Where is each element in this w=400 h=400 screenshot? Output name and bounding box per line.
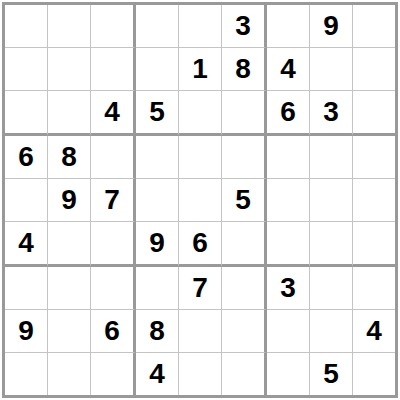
page: { "game": "sudoku", "board_size": 9, "po… — [0, 0, 400, 400]
cell-r2c9[interactable] — [353, 48, 395, 91]
cell-r2c7[interactable]: 4 — [267, 48, 310, 91]
cell-r4c6[interactable] — [222, 136, 267, 179]
cell-r5c2[interactable]: 9 — [48, 179, 91, 222]
cell-r1c5[interactable] — [179, 5, 222, 48]
cell-r2c5[interactable]: 1 — [179, 48, 222, 91]
cell-r8c2[interactable] — [48, 310, 91, 353]
cell-r2c1[interactable] — [5, 48, 48, 91]
cell-r7c9[interactable] — [353, 267, 395, 310]
cell-r9c8[interactable]: 5 — [310, 353, 353, 395]
cell-r5c1[interactable] — [5, 179, 48, 222]
cell-r3c8[interactable]: 3 — [310, 91, 353, 136]
sudoku-board: 3918445636897549673968445 — [2, 2, 398, 398]
cell-r4c7[interactable] — [267, 136, 310, 179]
cell-r7c6[interactable] — [222, 267, 267, 310]
cell-r8c3[interactable]: 6 — [91, 310, 136, 353]
cell-r9c1[interactable] — [5, 353, 48, 395]
cell-r9c7[interactable] — [267, 353, 310, 395]
cell-r2c8[interactable] — [310, 48, 353, 91]
cell-r4c1[interactable]: 6 — [5, 136, 48, 179]
cell-r7c1[interactable] — [5, 267, 48, 310]
cell-r6c3[interactable] — [91, 222, 136, 267]
cell-r7c2[interactable] — [48, 267, 91, 310]
cell-r1c1[interactable] — [5, 5, 48, 48]
cell-r8c6[interactable] — [222, 310, 267, 353]
cell-r1c8[interactable]: 9 — [310, 5, 353, 48]
cell-r3c9[interactable] — [353, 91, 395, 136]
cell-r9c2[interactable] — [48, 353, 91, 395]
cell-r4c8[interactable] — [310, 136, 353, 179]
cell-r2c2[interactable] — [48, 48, 91, 91]
cell-r6c5[interactable]: 6 — [179, 222, 222, 267]
cell-r6c4[interactable]: 9 — [136, 222, 179, 267]
cell-r4c3[interactable] — [91, 136, 136, 179]
cell-r6c9[interactable] — [353, 222, 395, 267]
cell-r1c9[interactable] — [353, 5, 395, 48]
cell-r1c7[interactable] — [267, 5, 310, 48]
cell-r6c1[interactable]: 4 — [5, 222, 48, 267]
cell-r1c6[interactable]: 3 — [222, 5, 267, 48]
cell-r3c1[interactable] — [5, 91, 48, 136]
cell-r7c8[interactable] — [310, 267, 353, 310]
cell-r2c4[interactable] — [136, 48, 179, 91]
cell-r6c2[interactable] — [48, 222, 91, 267]
cell-r1c4[interactable] — [136, 5, 179, 48]
cell-r1c2[interactable] — [48, 5, 91, 48]
cell-r9c3[interactable] — [91, 353, 136, 395]
cell-r8c9[interactable]: 4 — [353, 310, 395, 353]
cell-r9c4[interactable]: 4 — [136, 353, 179, 395]
cell-r4c9[interactable] — [353, 136, 395, 179]
cell-r3c6[interactable] — [222, 91, 267, 136]
cell-r5c8[interactable] — [310, 179, 353, 222]
cell-r7c7[interactable]: 3 — [267, 267, 310, 310]
cell-r3c2[interactable] — [48, 91, 91, 136]
cell-r2c3[interactable] — [91, 48, 136, 91]
cell-r8c4[interactable]: 8 — [136, 310, 179, 353]
cell-r6c7[interactable] — [267, 222, 310, 267]
cell-r1c3[interactable] — [91, 5, 136, 48]
cell-r2c6[interactable]: 8 — [222, 48, 267, 91]
cell-r5c5[interactable] — [179, 179, 222, 222]
cell-r9c9[interactable] — [353, 353, 395, 395]
cell-r4c2[interactable]: 8 — [48, 136, 91, 179]
cell-r6c8[interactable] — [310, 222, 353, 267]
cell-r4c4[interactable] — [136, 136, 179, 179]
cell-r5c7[interactable] — [267, 179, 310, 222]
cell-r7c3[interactable] — [91, 267, 136, 310]
cell-r8c5[interactable] — [179, 310, 222, 353]
cell-r8c7[interactable] — [267, 310, 310, 353]
cell-r5c3[interactable]: 7 — [91, 179, 136, 222]
cell-r3c4[interactable]: 5 — [136, 91, 179, 136]
cell-r3c7[interactable]: 6 — [267, 91, 310, 136]
cell-r8c1[interactable]: 9 — [5, 310, 48, 353]
cell-r7c4[interactable] — [136, 267, 179, 310]
cell-r9c6[interactable] — [222, 353, 267, 395]
cell-r6c6[interactable] — [222, 222, 267, 267]
cell-r5c4[interactable] — [136, 179, 179, 222]
cell-r3c3[interactable]: 4 — [91, 91, 136, 136]
cell-r5c6[interactable]: 5 — [222, 179, 267, 222]
cell-r9c5[interactable] — [179, 353, 222, 395]
cell-r5c9[interactable] — [353, 179, 395, 222]
cell-r7c5[interactable]: 7 — [179, 267, 222, 310]
cell-r3c5[interactable] — [179, 91, 222, 136]
cell-r4c5[interactable] — [179, 136, 222, 179]
cell-r8c8[interactable] — [310, 310, 353, 353]
